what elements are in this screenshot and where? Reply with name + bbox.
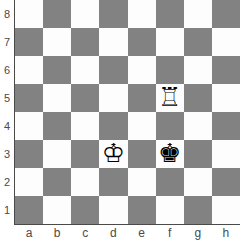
square-c6[interactable] (71, 56, 99, 84)
black-king[interactable]: ♚ (158, 140, 181, 166)
square-d4[interactable] (99, 112, 127, 140)
file-label-d: d (99, 225, 127, 240)
square-h3[interactable] (212, 140, 240, 168)
square-e8[interactable] (128, 0, 156, 28)
square-d2[interactable] (99, 168, 127, 196)
rank-label-7: 7 (0, 28, 14, 56)
square-a2[interactable] (15, 168, 43, 196)
rank-label-3: 3 (0, 140, 14, 168)
square-h7[interactable] (212, 28, 240, 56)
square-f4[interactable] (156, 112, 184, 140)
chess-diagram: 87654321 ♖♔♚ abcdefgh (0, 0, 240, 240)
square-g5[interactable] (184, 84, 212, 112)
square-d5[interactable] (99, 84, 127, 112)
rank-label-5: 5 (0, 84, 14, 112)
square-b5[interactable] (43, 84, 71, 112)
square-h1[interactable] (212, 196, 240, 224)
chess-board: ♖♔♚ (14, 0, 240, 225)
square-c3[interactable] (71, 140, 99, 168)
square-h2[interactable] (212, 168, 240, 196)
square-f5[interactable]: ♖ (156, 84, 184, 112)
square-b4[interactable] (43, 112, 71, 140)
square-b6[interactable] (43, 56, 71, 84)
square-g3[interactable] (184, 140, 212, 168)
rank-label-8: 8 (0, 0, 14, 28)
square-f2[interactable] (156, 168, 184, 196)
square-f3[interactable]: ♚ (156, 140, 184, 168)
rank-coordinates: 87654321 (0, 0, 14, 224)
square-g7[interactable] (184, 28, 212, 56)
file-label-b: b (43, 225, 71, 240)
square-a8[interactable] (15, 0, 43, 28)
square-e3[interactable] (128, 140, 156, 168)
square-g4[interactable] (184, 112, 212, 140)
rank-label-1: 1 (0, 196, 14, 224)
file-label-f: f (156, 225, 184, 240)
square-c7[interactable] (71, 28, 99, 56)
square-b2[interactable] (43, 168, 71, 196)
square-c1[interactable] (71, 196, 99, 224)
square-d3[interactable]: ♔ (99, 140, 127, 168)
square-b1[interactable] (43, 196, 71, 224)
rank-label-2: 2 (0, 168, 14, 196)
square-h4[interactable] (212, 112, 240, 140)
square-e2[interactable] (128, 168, 156, 196)
square-b8[interactable] (43, 0, 71, 28)
square-b7[interactable] (43, 28, 71, 56)
square-f1[interactable] (156, 196, 184, 224)
square-g2[interactable] (184, 168, 212, 196)
square-f8[interactable] (156, 0, 184, 28)
square-e4[interactable] (128, 112, 156, 140)
white-rook[interactable]: ♖ (158, 84, 181, 110)
square-h8[interactable] (212, 0, 240, 28)
square-c8[interactable] (71, 0, 99, 28)
square-a1[interactable] (15, 196, 43, 224)
rank-label-6: 6 (0, 56, 14, 84)
square-c2[interactable] (71, 168, 99, 196)
square-e5[interactable] (128, 84, 156, 112)
square-d7[interactable] (99, 28, 127, 56)
square-a6[interactable] (15, 56, 43, 84)
file-label-c: c (71, 225, 99, 240)
square-g6[interactable] (184, 56, 212, 84)
square-c5[interactable] (71, 84, 99, 112)
file-label-h: h (212, 225, 240, 240)
file-label-a: a (15, 225, 43, 240)
square-b3[interactable] (43, 140, 71, 168)
square-g1[interactable] (184, 196, 212, 224)
square-e6[interactable] (128, 56, 156, 84)
square-h5[interactable] (212, 84, 240, 112)
file-coordinates: abcdefgh (15, 225, 240, 240)
square-f7[interactable] (156, 28, 184, 56)
square-c4[interactable] (71, 112, 99, 140)
square-f6[interactable] (156, 56, 184, 84)
white-king[interactable]: ♔ (102, 140, 125, 166)
file-label-g: g (184, 225, 212, 240)
square-a4[interactable] (15, 112, 43, 140)
rank-label-4: 4 (0, 112, 14, 140)
square-e1[interactable] (128, 196, 156, 224)
square-d6[interactable] (99, 56, 127, 84)
square-a3[interactable] (15, 140, 43, 168)
square-e7[interactable] (128, 28, 156, 56)
square-h6[interactable] (212, 56, 240, 84)
square-a5[interactable] (15, 84, 43, 112)
square-d1[interactable] (99, 196, 127, 224)
square-g8[interactable] (184, 0, 212, 28)
file-label-e: e (128, 225, 156, 240)
square-d8[interactable] (99, 0, 127, 28)
square-a7[interactable] (15, 28, 43, 56)
